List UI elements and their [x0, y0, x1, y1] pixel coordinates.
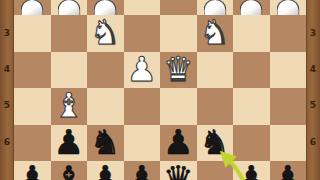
- square-e4[interactable]: ♟: [124, 52, 161, 89]
- square-e3[interactable]: [124, 15, 161, 52]
- white-pawn-a2[interactable]: [276, 0, 299, 15]
- square-h2[interactable]: [14, 0, 51, 15]
- black-queen-d7[interactable]: ♛: [163, 161, 193, 180]
- square-f7[interactable]: ♟: [87, 161, 124, 180]
- square-e6[interactable]: [124, 125, 161, 162]
- rank-label-right-4: 4: [306, 63, 320, 76]
- square-b2[interactable]: [233, 0, 270, 15]
- chess-board-screenshot: 23456 23456 ♞♞♟♛♝♟♞♟♞♟♝♟♟♛♟♟: [0, 0, 320, 180]
- square-d5[interactable]: [160, 88, 197, 125]
- white-pawn-c2[interactable]: [203, 0, 226, 15]
- rank-label-left-5: 5: [0, 99, 14, 112]
- rank-label-right-3: 3: [306, 27, 320, 40]
- square-f2[interactable]: [87, 0, 124, 15]
- white-pawn-h2[interactable]: [21, 0, 44, 15]
- white-pawn-f2[interactable]: [94, 0, 117, 15]
- square-h4[interactable]: [14, 52, 51, 89]
- square-b4[interactable]: [233, 52, 270, 89]
- black-knight-c6[interactable]: ♞: [200, 125, 230, 161]
- square-f5[interactable]: [87, 88, 124, 125]
- chess-board: ♞♞♟♛♝♟♞♟♞♟♝♟♟♛♟♟: [14, 0, 306, 180]
- rank-label-right-5: 5: [306, 99, 320, 112]
- white-bishop-g5[interactable]: ♝: [54, 88, 84, 124]
- square-a4[interactable]: [270, 52, 307, 89]
- rank-label-left-4: 4: [0, 63, 14, 76]
- square-c6[interactable]: ♞: [197, 125, 234, 162]
- white-pawn-b2[interactable]: [240, 0, 263, 15]
- square-c3[interactable]: ♞: [197, 15, 234, 52]
- white-pawn-e4[interactable]: ♟: [127, 52, 157, 88]
- rank-label-left-3: 3: [0, 27, 14, 40]
- square-h3[interactable]: [14, 15, 51, 52]
- square-c5[interactable]: [197, 88, 234, 125]
- square-a7[interactable]: ♟: [270, 161, 307, 180]
- square-f3[interactable]: ♞: [87, 15, 124, 52]
- square-e7[interactable]: ♟: [124, 161, 161, 180]
- square-g7[interactable]: ♝: [51, 161, 88, 180]
- square-e2[interactable]: [124, 0, 161, 15]
- white-pawn-g2[interactable]: [57, 0, 80, 15]
- square-h7[interactable]: ♟: [14, 161, 51, 180]
- rank-label-right-6: 6: [306, 136, 320, 149]
- black-pawn-g6[interactable]: ♟: [54, 125, 84, 161]
- rank-label-left-6: 6: [0, 136, 14, 149]
- square-c7[interactable]: [197, 161, 234, 180]
- square-h5[interactable]: [14, 88, 51, 125]
- square-f6[interactable]: ♞: [87, 125, 124, 162]
- black-pawn-f7[interactable]: ♟: [90, 161, 120, 180]
- square-c2[interactable]: [197, 0, 234, 15]
- black-pawn-b7[interactable]: ♟: [236, 161, 266, 180]
- square-b3[interactable]: [233, 15, 270, 52]
- square-g4[interactable]: [51, 52, 88, 89]
- square-g6[interactable]: ♟: [51, 125, 88, 162]
- black-bishop-g7[interactable]: ♝: [54, 161, 84, 180]
- square-a5[interactable]: [270, 88, 307, 125]
- square-a3[interactable]: [270, 15, 307, 52]
- square-d2[interactable]: [160, 0, 197, 15]
- rank-label-left-2: 2: [0, 0, 14, 4]
- square-b7[interactable]: ♟: [233, 161, 270, 180]
- black-knight-f6[interactable]: ♞: [90, 125, 120, 161]
- square-a6[interactable]: [270, 125, 307, 162]
- black-pawn-d6[interactable]: ♟: [163, 125, 193, 161]
- square-a2[interactable]: [270, 0, 307, 15]
- square-g5[interactable]: ♝: [51, 88, 88, 125]
- black-pawn-a7[interactable]: ♟: [273, 161, 303, 180]
- square-b5[interactable]: [233, 88, 270, 125]
- square-b6[interactable]: [233, 125, 270, 162]
- square-d6[interactable]: ♟: [160, 125, 197, 162]
- white-knight-c3[interactable]: ♞: [200, 15, 230, 51]
- white-queen-d4[interactable]: ♛: [163, 52, 193, 88]
- left-coordinate-border: 23456: [0, 0, 14, 180]
- square-d4[interactable]: ♛: [160, 52, 197, 89]
- square-g2[interactable]: [51, 0, 88, 15]
- rank-label-right-2: 2: [306, 0, 320, 4]
- black-pawn-h7[interactable]: ♟: [17, 161, 47, 180]
- black-pawn-e7[interactable]: ♟: [127, 161, 157, 180]
- square-f4[interactable]: [87, 52, 124, 89]
- square-c4[interactable]: [197, 52, 234, 89]
- square-d3[interactable]: [160, 15, 197, 52]
- square-e5[interactable]: [124, 88, 161, 125]
- square-g3[interactable]: [51, 15, 88, 52]
- white-knight-f3[interactable]: ♞: [90, 15, 120, 51]
- right-coordinate-border: 23456: [306, 0, 320, 180]
- square-h6[interactable]: [14, 125, 51, 162]
- square-d7[interactable]: ♛: [160, 161, 197, 180]
